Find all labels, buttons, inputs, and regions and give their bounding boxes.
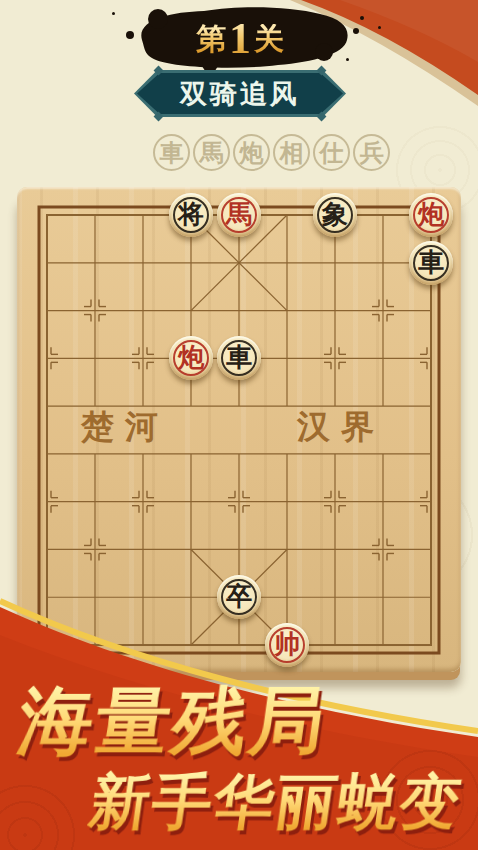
ink-splatter-dot	[378, 26, 381, 29]
legend-coin-rook: 車	[153, 134, 190, 171]
piece-black-象[interactable]: 象	[313, 193, 357, 237]
piece-glyph: 炮	[418, 202, 444, 228]
puzzle-title: 双骑追风	[180, 76, 300, 112]
ink-splatter-dot	[360, 16, 364, 20]
legend-coin-horse: 馬	[193, 134, 230, 171]
level-badge: 第 1 关	[118, 2, 362, 76]
piece-black-卒[interactable]: 卒	[217, 575, 261, 619]
piece-red-帅[interactable]: 帅	[265, 623, 309, 667]
banner-body: 双骑追风	[137, 73, 343, 114]
piece-red-炮[interactable]: 炮	[169, 336, 213, 380]
ink-splatter-dot	[346, 58, 349, 61]
legend-char: 車	[160, 137, 184, 169]
piece-black-車[interactable]: 車	[217, 336, 261, 380]
pieces-layer: 将馬象炮車炮車卒帅	[17, 187, 461, 672]
piece-glyph: 卒	[226, 584, 252, 610]
piece-glyph: 帅	[274, 632, 300, 658]
piece-black-将[interactable]: 将	[169, 193, 213, 237]
legend-char: 馬	[200, 137, 224, 169]
piece-red-炮[interactable]: 炮	[409, 193, 453, 237]
piece-glyph: 象	[322, 202, 348, 228]
piece-glyph: 馬	[226, 202, 252, 228]
legend-char: 兵	[360, 137, 384, 169]
piece-glyph: 車	[226, 345, 252, 371]
legend-coin-cannon: 炮	[233, 134, 270, 171]
fan-pattern-decoration	[0, 780, 80, 850]
promo-line-2: 新手华丽蜕变	[86, 770, 467, 833]
legend-coin-pawn: 兵	[353, 134, 390, 171]
legend-char: 相	[280, 137, 304, 169]
legend-coin-advisor: 仕	[313, 134, 350, 171]
legend-coin-elephant: 相	[273, 134, 310, 171]
promo-line-1: 海量残局	[14, 682, 333, 760]
piece-black-車[interactable]: 車	[409, 241, 453, 285]
puzzle-title-banner: 双骑追风	[134, 70, 346, 117]
piece-glyph: 炮	[178, 345, 204, 371]
ink-splatter-dot	[112, 12, 115, 15]
xiangqi-board[interactable]: 楚河 汉界 将馬象炮車炮車卒帅	[17, 187, 461, 672]
level-badge-text: 第 1 关	[118, 2, 362, 76]
level-number: 1	[228, 17, 252, 61]
level-suffix: 关	[254, 24, 284, 54]
piece-legend: 車 馬 炮 相 仕 兵	[153, 134, 390, 171]
piece-glyph: 車	[418, 250, 444, 276]
piece-glyph: 将	[178, 202, 204, 228]
level-prefix: 第	[196, 24, 226, 54]
legend-char: 仕	[320, 137, 344, 169]
legend-char: 炮	[240, 137, 264, 169]
app-screen: 第 1 关 双骑追风 車 馬 炮 相 仕 兵 楚河 汉界 将馬象炮車炮車卒帅	[0, 0, 478, 850]
piece-red-馬[interactable]: 馬	[217, 193, 261, 237]
